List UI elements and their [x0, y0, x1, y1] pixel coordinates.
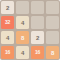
tile-r0c3 — [46, 1, 59, 14]
tile-r2c1: 8 — [16, 31, 29, 44]
2048-board[interactable]: 2 32 4 4 8 2 16 4 16 8 — [0, 0, 60, 60]
tile-r0c2 — [31, 1, 44, 14]
tile-r3c3: 8 — [46, 46, 59, 59]
tile-r0c1 — [16, 1, 29, 14]
tile-r2c0: 4 — [1, 31, 14, 44]
tile-r1c3 — [46, 16, 59, 29]
tile-r1c1: 4 — [16, 16, 29, 29]
tile-r3c2: 16 — [31, 46, 44, 59]
tile-r0c0: 2 — [1, 1, 14, 14]
tile-r1c2 — [31, 16, 44, 29]
tile-r2c2: 2 — [31, 31, 44, 44]
tile-r2c3 — [46, 31, 59, 44]
tile-r1c0: 32 — [1, 16, 14, 29]
tile-r3c1: 4 — [16, 46, 29, 59]
tile-r3c0: 16 — [1, 46, 14, 59]
